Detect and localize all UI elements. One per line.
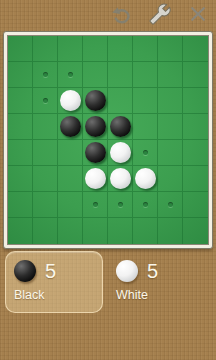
move-hint-dot <box>43 72 48 77</box>
board-cell-b3[interactable] <box>33 88 58 114</box>
board-cell-a5[interactable] <box>8 140 33 166</box>
undo-icon <box>111 4 133 27</box>
board-cell-h3[interactable] <box>183 88 208 114</box>
board-cell-d6[interactable] <box>83 166 108 192</box>
board-cell-a6[interactable] <box>8 166 33 192</box>
board-cell-h4[interactable] <box>183 114 208 140</box>
board-cell-e1[interactable] <box>108 36 133 62</box>
board-cell-f4[interactable] <box>133 114 158 140</box>
board-cell-e2[interactable] <box>108 62 133 88</box>
black-label: Black <box>14 288 56 302</box>
board-cell-d3[interactable] <box>83 88 108 114</box>
board-cell-d7[interactable] <box>83 192 108 218</box>
black-count: 5 <box>45 261 56 281</box>
move-hint-dot <box>143 150 148 155</box>
wrench-icon <box>149 3 171 28</box>
white-disc <box>110 142 131 163</box>
board-cell-b5[interactable] <box>33 140 58 166</box>
board-cell-h1[interactable] <box>183 36 208 62</box>
black-disc <box>85 90 106 111</box>
board-cell-e7[interactable] <box>108 192 133 218</box>
white-disc <box>85 168 106 189</box>
black-disc-icon <box>14 260 36 282</box>
board-cell-b4[interactable] <box>33 114 58 140</box>
board-cell-d5[interactable] <box>83 140 108 166</box>
board-cell-h6[interactable] <box>183 166 208 192</box>
board-cell-g3[interactable] <box>158 88 183 114</box>
black-score: 5 Black <box>14 259 56 302</box>
board-cell-g5[interactable] <box>158 140 183 166</box>
board-cell-g1[interactable] <box>158 36 183 62</box>
board-cell-g2[interactable] <box>158 62 183 88</box>
black-disc <box>85 116 106 137</box>
board-cell-c5[interactable] <box>58 140 83 166</box>
white-count: 5 <box>147 261 158 281</box>
move-hint-dot <box>118 202 123 207</box>
move-hint-dot <box>168 202 173 207</box>
board-cell-b7[interactable] <box>33 192 58 218</box>
board-cell-c8[interactable] <box>58 218 83 244</box>
scoreboard: 5 Black 5 White <box>0 251 216 315</box>
board-cell-d1[interactable] <box>83 36 108 62</box>
board-cell-h8[interactable] <box>183 218 208 244</box>
board-cell-d8[interactable] <box>83 218 108 244</box>
board-cell-e3[interactable] <box>108 88 133 114</box>
board-cell-a7[interactable] <box>8 192 33 218</box>
white-disc <box>135 168 156 189</box>
white-disc <box>60 90 81 111</box>
white-score: 5 White <box>116 259 158 302</box>
white-label: White <box>116 288 158 302</box>
black-disc <box>110 116 131 137</box>
board-cell-g8[interactable] <box>158 218 183 244</box>
app-screen: 5 Black 5 White <box>0 0 216 360</box>
board-cell-c7[interactable] <box>58 192 83 218</box>
white-disc <box>110 168 131 189</box>
move-hint-dot <box>68 72 73 77</box>
board-cell-a4[interactable] <box>8 114 33 140</box>
board-cell-d4[interactable] <box>83 114 108 140</box>
toolbar <box>0 0 216 30</box>
board-cell-d2[interactable] <box>83 62 108 88</box>
board-cell-a2[interactable] <box>8 62 33 88</box>
board-cell-f2[interactable] <box>133 62 158 88</box>
board-cell-a3[interactable] <box>8 88 33 114</box>
board-cell-f5[interactable] <box>133 140 158 166</box>
close-button[interactable] <box>186 3 210 27</box>
board-cell-b8[interactable] <box>33 218 58 244</box>
board-cell-c6[interactable] <box>58 166 83 192</box>
board-cell-g6[interactable] <box>158 166 183 192</box>
board-cell-f3[interactable] <box>133 88 158 114</box>
black-disc <box>85 142 106 163</box>
board-cell-h2[interactable] <box>183 62 208 88</box>
board-cell-g7[interactable] <box>158 192 183 218</box>
board-cell-a8[interactable] <box>8 218 33 244</box>
board-cell-e8[interactable] <box>108 218 133 244</box>
white-disc-icon <box>116 260 138 282</box>
board-frame <box>3 31 213 249</box>
board-cell-h7[interactable] <box>183 192 208 218</box>
board-cell-f7[interactable] <box>133 192 158 218</box>
board-cell-e5[interactable] <box>108 140 133 166</box>
close-icon <box>189 5 207 26</box>
board-cell-e6[interactable] <box>108 166 133 192</box>
board-cell-c2[interactable] <box>58 62 83 88</box>
board-cell-c1[interactable] <box>58 36 83 62</box>
move-hint-dot <box>43 98 48 103</box>
board-cell-a1[interactable] <box>8 36 33 62</box>
board <box>8 36 208 244</box>
move-hint-dot <box>93 202 98 207</box>
board-cell-f6[interactable] <box>133 166 158 192</box>
board-cell-e4[interactable] <box>108 114 133 140</box>
move-hint-dot <box>143 202 148 207</box>
board-cell-c4[interactable] <box>58 114 83 140</box>
board-cell-b6[interactable] <box>33 166 58 192</box>
board-cell-c3[interactable] <box>58 88 83 114</box>
board-cell-f8[interactable] <box>133 218 158 244</box>
black-disc <box>60 116 81 137</box>
board-cell-b1[interactable] <box>33 36 58 62</box>
undo-button[interactable] <box>110 3 134 27</box>
board-cell-b2[interactable] <box>33 62 58 88</box>
board-cell-g4[interactable] <box>158 114 183 140</box>
board-cell-f1[interactable] <box>133 36 158 62</box>
board-cell-h5[interactable] <box>183 140 208 166</box>
settings-button[interactable] <box>148 3 172 27</box>
